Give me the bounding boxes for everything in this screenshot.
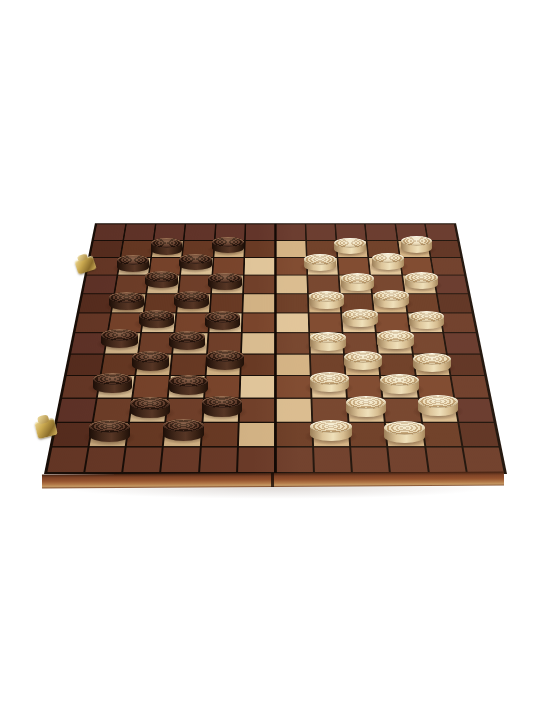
board-square[interactable] <box>169 376 204 398</box>
board-square[interactable] <box>276 423 311 447</box>
board-square[interactable] <box>308 294 340 312</box>
board-square[interactable] <box>175 314 208 333</box>
board-frame-square <box>434 276 468 294</box>
board-frame-square <box>93 224 125 240</box>
fold-seam <box>274 223 277 474</box>
board-square[interactable] <box>241 355 274 376</box>
board-frame-square <box>441 314 476 333</box>
board-frame-square <box>351 448 389 473</box>
board-frame-square <box>85 448 125 473</box>
board-square[interactable] <box>386 423 424 447</box>
board-square[interactable] <box>126 423 164 447</box>
board-square[interactable] <box>177 294 209 312</box>
board-square[interactable] <box>244 276 275 294</box>
board-square[interactable] <box>201 423 237 447</box>
board-square[interactable] <box>173 334 207 354</box>
board-square[interactable] <box>130 399 167 421</box>
board-square[interactable] <box>408 314 442 333</box>
board-square[interactable] <box>209 314 241 333</box>
board-frame-square <box>336 224 366 240</box>
board-square[interactable] <box>306 241 336 257</box>
board-square[interactable] <box>276 276 307 294</box>
board-square[interactable] <box>377 334 412 354</box>
board-frame-square <box>52 423 91 447</box>
board-square[interactable] <box>118 258 150 275</box>
board-square[interactable] <box>345 355 380 376</box>
board-square[interactable] <box>312 399 347 421</box>
board-square[interactable] <box>239 399 274 421</box>
board-frame-square <box>123 448 162 473</box>
board-square[interactable] <box>339 276 371 294</box>
board-square[interactable] <box>310 355 344 376</box>
board-square[interactable] <box>147 276 179 294</box>
board-frame-square <box>447 355 484 376</box>
board-square[interactable] <box>337 241 368 257</box>
board-square[interactable] <box>410 334 445 354</box>
board-frame-square <box>463 448 503 473</box>
board-square[interactable] <box>171 355 206 376</box>
board-grid <box>44 223 507 474</box>
board-square[interactable] <box>371 276 403 294</box>
board-frame-square <box>215 224 244 240</box>
board-frame-square <box>431 258 464 275</box>
board-square[interactable] <box>405 294 439 312</box>
board-frame-square <box>238 448 274 473</box>
board-square[interactable] <box>211 276 242 294</box>
board-square[interactable] <box>139 334 173 354</box>
board-square[interactable] <box>419 399 457 421</box>
board-square[interactable] <box>309 334 342 354</box>
board-square[interactable] <box>239 423 274 447</box>
board-square[interactable] <box>181 258 212 275</box>
board-square[interactable] <box>343 334 377 354</box>
board-square[interactable] <box>149 258 181 275</box>
board-square[interactable] <box>242 334 275 354</box>
board-square[interactable] <box>416 376 453 398</box>
board-square[interactable] <box>93 399 131 421</box>
board-square[interactable] <box>142 314 176 333</box>
board-frame-square <box>276 224 305 240</box>
fold-seam-front <box>271 473 274 487</box>
board-square[interactable] <box>204 376 239 398</box>
board-square[interactable] <box>203 399 238 421</box>
board-square[interactable] <box>276 258 306 275</box>
board-frame-square <box>74 314 109 333</box>
board-frame-square <box>78 294 112 312</box>
board-square[interactable] <box>245 241 274 257</box>
board-square[interactable] <box>422 423 461 447</box>
board-square[interactable] <box>349 423 386 447</box>
board-square[interactable] <box>413 355 449 376</box>
board-frame-square <box>306 224 335 240</box>
board-frame-square <box>82 276 116 294</box>
board-square[interactable] <box>244 258 274 275</box>
board-square[interactable] <box>348 399 384 421</box>
board-square[interactable] <box>111 294 145 312</box>
board-frame-square <box>70 334 106 354</box>
board-square[interactable] <box>342 314 375 333</box>
board-square[interactable] <box>166 399 202 421</box>
board-frame-square <box>199 448 236 473</box>
board-frame-square <box>61 376 99 398</box>
board-square[interactable] <box>105 334 140 354</box>
board-frame-square <box>455 399 493 421</box>
board-square[interactable] <box>276 376 310 398</box>
board-square[interactable] <box>402 276 435 294</box>
board-square[interactable] <box>400 258 432 275</box>
board-frame-square <box>366 224 396 240</box>
board-frame-square <box>276 448 312 473</box>
board-square[interactable] <box>240 376 274 398</box>
board-square[interactable] <box>207 334 240 354</box>
product-photo-stage <box>0 0 540 720</box>
board-square[interactable] <box>115 276 148 294</box>
board-square[interactable] <box>313 423 349 447</box>
board-square[interactable] <box>183 241 214 257</box>
board-frame-square <box>451 376 489 398</box>
board-square[interactable] <box>367 241 398 257</box>
board-frame-square <box>154 224 184 240</box>
board-frame-square <box>245 224 274 240</box>
board-square[interactable] <box>213 258 244 275</box>
board-frame-square <box>437 294 471 312</box>
board-square[interactable] <box>276 334 309 354</box>
board-frame-square <box>428 241 460 257</box>
board-frame-square <box>313 448 350 473</box>
board-frame-square <box>425 224 457 240</box>
board-frame-square <box>388 448 427 473</box>
board-square[interactable] <box>375 314 409 333</box>
board-square[interactable] <box>340 294 372 312</box>
board-square[interactable] <box>164 423 201 447</box>
board-square[interactable] <box>243 294 274 312</box>
board-frame-square <box>124 224 155 240</box>
board-frame-square <box>90 241 122 257</box>
board-square[interactable] <box>276 314 308 333</box>
board-square[interactable] <box>242 314 274 333</box>
board-square[interactable] <box>121 241 153 257</box>
board-frame-square <box>426 448 466 473</box>
board-square[interactable] <box>381 376 417 398</box>
board-square[interactable] <box>133 376 169 398</box>
board-square[interactable] <box>101 355 137 376</box>
board-square[interactable] <box>206 355 240 376</box>
board-frame-square <box>444 334 480 354</box>
board-front-edge <box>42 472 504 489</box>
board-square[interactable] <box>373 294 406 312</box>
board-square[interactable] <box>136 355 171 376</box>
board-square[interactable] <box>214 241 244 257</box>
board-square[interactable] <box>108 314 142 333</box>
board-square[interactable] <box>379 355 414 376</box>
board-square[interactable] <box>398 241 430 257</box>
board-square[interactable] <box>311 376 346 398</box>
board-frame-square <box>46 448 86 473</box>
board-square[interactable] <box>97 376 134 398</box>
board-square[interactable] <box>179 276 211 294</box>
board-square[interactable] <box>152 241 183 257</box>
board-frame-square <box>184 224 214 240</box>
board-square[interactable] <box>346 376 381 398</box>
board-square[interactable] <box>210 294 242 312</box>
board-square[interactable] <box>309 314 341 333</box>
board-square[interactable] <box>338 258 369 275</box>
board-frame-square <box>161 448 199 473</box>
board-square[interactable] <box>144 294 177 312</box>
board-square[interactable] <box>276 241 305 257</box>
board-frame-square <box>459 423 498 447</box>
board-square[interactable] <box>307 258 338 275</box>
board-square[interactable] <box>276 399 311 421</box>
board-square[interactable] <box>383 399 420 421</box>
board-square[interactable] <box>89 423 128 447</box>
board-frame-square <box>66 355 103 376</box>
board-frame-square <box>396 224 427 240</box>
board-square[interactable] <box>307 276 338 294</box>
board-square[interactable] <box>276 355 309 376</box>
board-square[interactable] <box>369 258 401 275</box>
board-frame-square <box>57 399 95 421</box>
board-square[interactable] <box>276 294 307 312</box>
